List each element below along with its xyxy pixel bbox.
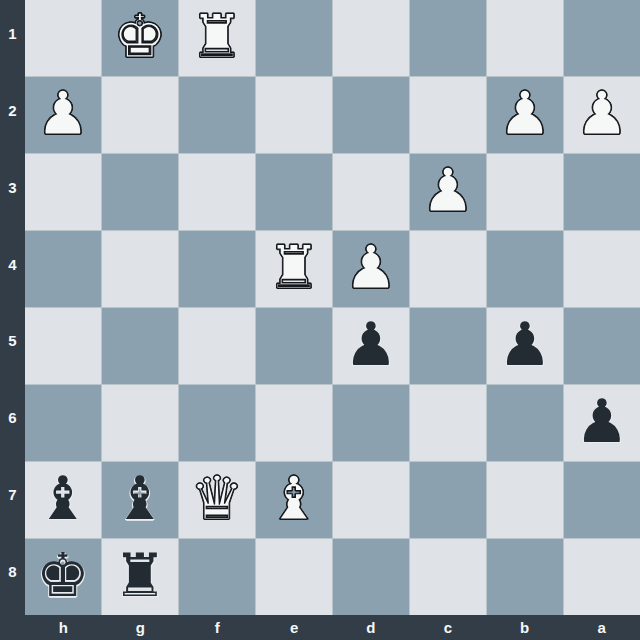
- white-rook-e4-icon: ♜: [267, 229, 321, 305]
- square-a5[interactable]: [564, 308, 640, 384]
- square-a8[interactable]: [564, 539, 640, 615]
- square-e3[interactable]: [256, 154, 332, 230]
- white-pawn-b2-icon: ♟: [498, 75, 552, 151]
- square-d8[interactable]: [333, 539, 409, 615]
- square-f2[interactable]: [179, 77, 255, 153]
- square-d4[interactable]: ♟: [333, 231, 409, 307]
- file-label-f: f: [179, 615, 256, 640]
- square-f8[interactable]: [179, 539, 255, 615]
- square-h3[interactable]: [25, 154, 101, 230]
- square-d6[interactable]: [333, 385, 409, 461]
- black-bishop-h7-icon: ♝: [36, 460, 90, 536]
- square-g5[interactable]: [102, 308, 178, 384]
- white-rook-f1-icon: ♜: [190, 0, 244, 74]
- square-f1[interactable]: ♜: [179, 0, 255, 76]
- white-queen-f7-icon: ♛: [190, 460, 244, 536]
- white-pawn-c3-icon: ♟: [421, 152, 475, 228]
- square-c1[interactable]: [410, 0, 486, 76]
- chess-diagram: 12345678 ♚♜♟♟♟♟♜♟♟♟♟♝♝♛♝♚♜ hgfedcba: [0, 0, 640, 640]
- white-pawn-a2-icon: ♟: [575, 75, 629, 151]
- rank-label-7: 7: [0, 461, 25, 538]
- black-pawn-a6-icon: ♟: [575, 383, 629, 459]
- square-b1[interactable]: [487, 0, 563, 76]
- square-b5[interactable]: ♟: [487, 308, 563, 384]
- rank-label-2: 2: [0, 77, 25, 154]
- square-d7[interactable]: [333, 462, 409, 538]
- square-d2[interactable]: [333, 77, 409, 153]
- file-labels: hgfedcba: [25, 615, 640, 640]
- square-a6[interactable]: ♟: [564, 385, 640, 461]
- rank-labels: 12345678: [0, 0, 25, 615]
- file-label-d: d: [333, 615, 410, 640]
- black-rook-g8-icon: ♜: [113, 537, 167, 613]
- square-d5[interactable]: ♟: [333, 308, 409, 384]
- square-e6[interactable]: [256, 385, 332, 461]
- board: ♚♜♟♟♟♟♜♟♟♟♟♝♝♛♝♚♜: [25, 0, 640, 615]
- black-pawn-d5-icon: ♟: [344, 306, 398, 382]
- square-c5[interactable]: [410, 308, 486, 384]
- square-a4[interactable]: [564, 231, 640, 307]
- black-bishop-g7-icon: ♝: [113, 460, 167, 536]
- square-h6[interactable]: [25, 385, 101, 461]
- square-h5[interactable]: [25, 308, 101, 384]
- file-label-strip: hgfedcba: [0, 615, 640, 640]
- square-e5[interactable]: [256, 308, 332, 384]
- square-b4[interactable]: [487, 231, 563, 307]
- square-b7[interactable]: [487, 462, 563, 538]
- rank-label-4: 4: [0, 231, 25, 308]
- square-f6[interactable]: [179, 385, 255, 461]
- square-h1[interactable]: [25, 0, 101, 76]
- rank-label-6: 6: [0, 384, 25, 461]
- square-f3[interactable]: [179, 154, 255, 230]
- square-c6[interactable]: [410, 385, 486, 461]
- black-pawn-b5-icon: ♟: [498, 306, 552, 382]
- file-label-h: h: [25, 615, 102, 640]
- white-pawn-h2-icon: ♟: [36, 75, 90, 151]
- square-c7[interactable]: [410, 462, 486, 538]
- square-g6[interactable]: [102, 385, 178, 461]
- square-a7[interactable]: [564, 462, 640, 538]
- square-a3[interactable]: [564, 154, 640, 230]
- square-f4[interactable]: [179, 231, 255, 307]
- white-pawn-d4-icon: ♟: [344, 229, 398, 305]
- square-g7[interactable]: ♝: [102, 462, 178, 538]
- square-g3[interactable]: [102, 154, 178, 230]
- square-d3[interactable]: [333, 154, 409, 230]
- file-label-b: b: [486, 615, 563, 640]
- square-a1[interactable]: [564, 0, 640, 76]
- square-f5[interactable]: [179, 308, 255, 384]
- square-e2[interactable]: [256, 77, 332, 153]
- square-g2[interactable]: [102, 77, 178, 153]
- square-g4[interactable]: [102, 231, 178, 307]
- square-c8[interactable]: [410, 539, 486, 615]
- square-d1[interactable]: [333, 0, 409, 76]
- file-label-c: c: [409, 615, 486, 640]
- square-h2[interactable]: ♟: [25, 77, 101, 153]
- square-b2[interactable]: ♟: [487, 77, 563, 153]
- rank-label-8: 8: [0, 538, 25, 615]
- black-king-h8-icon: ♚: [36, 537, 90, 613]
- white-king-g1-icon: ♚: [113, 0, 167, 74]
- square-h4[interactable]: [25, 231, 101, 307]
- square-e4[interactable]: ♜: [256, 231, 332, 307]
- file-label-e: e: [256, 615, 333, 640]
- square-b8[interactable]: [487, 539, 563, 615]
- file-label-g: g: [102, 615, 179, 640]
- rank-label-3: 3: [0, 154, 25, 231]
- square-h7[interactable]: ♝: [25, 462, 101, 538]
- square-c3[interactable]: ♟: [410, 154, 486, 230]
- square-c4[interactable]: [410, 231, 486, 307]
- rank-label-1: 1: [0, 0, 25, 77]
- square-b3[interactable]: [487, 154, 563, 230]
- square-c2[interactable]: [410, 77, 486, 153]
- square-h8[interactable]: ♚: [25, 539, 101, 615]
- file-label-a: a: [563, 615, 640, 640]
- square-b6[interactable]: [487, 385, 563, 461]
- square-e7[interactable]: ♝: [256, 462, 332, 538]
- square-g1[interactable]: ♚: [102, 0, 178, 76]
- white-bishop-e7-icon: ♝: [267, 460, 321, 536]
- square-f7[interactable]: ♛: [179, 462, 255, 538]
- square-g8[interactable]: ♜: [102, 539, 178, 615]
- square-a2[interactable]: ♟: [564, 77, 640, 153]
- square-e1[interactable]: [256, 0, 332, 76]
- rank-label-5: 5: [0, 308, 25, 385]
- square-e8[interactable]: [256, 539, 332, 615]
